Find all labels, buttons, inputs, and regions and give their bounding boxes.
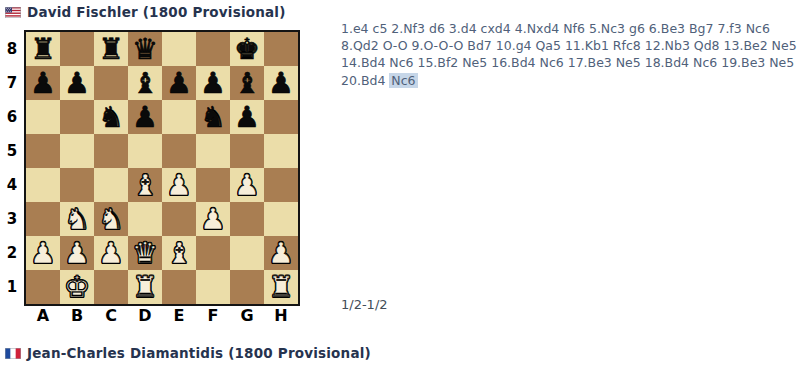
rank-label: 1 xyxy=(2,270,22,304)
square-b4[interactable] xyxy=(60,168,94,202)
square-b5[interactable] xyxy=(60,134,94,168)
rank-label: 7 xyxy=(2,66,22,100)
white-bishop: ♝ xyxy=(132,168,158,202)
rank-label: 5 xyxy=(2,134,22,168)
white-pawn: ♟ xyxy=(98,236,124,270)
square-e3[interactable] xyxy=(162,202,196,236)
white-knight: ♞ xyxy=(98,202,124,236)
chess-board-frame: ♜♜♛♚♟♟♝♟♟♝♟♞♟♞♟♝♟♟♞♞♟♟♟♟♛♝♟♚♜♜ xyxy=(24,30,300,306)
square-c6[interactable]: ♞ xyxy=(94,100,128,134)
square-g6[interactable]: ♟ xyxy=(230,100,264,134)
black-pawn: ♟ xyxy=(166,66,192,100)
square-h1[interactable]: ♜ xyxy=(264,270,298,304)
square-c1[interactable] xyxy=(94,270,128,304)
square-f1[interactable] xyxy=(196,270,230,304)
black-bishop: ♝ xyxy=(132,66,158,100)
square-b3[interactable]: ♞ xyxy=(60,202,94,236)
square-f2[interactable] xyxy=(196,236,230,270)
black-pawn: ♟ xyxy=(132,100,158,134)
current-move-highlighted[interactable]: Nc6 xyxy=(389,73,417,88)
move[interactable]: 20.Bd4 xyxy=(341,73,385,88)
square-d6[interactable]: ♟ xyxy=(128,100,162,134)
white-rook: ♜ xyxy=(132,270,158,304)
square-e2[interactable]: ♝ xyxy=(162,236,196,270)
black-rook: ♜ xyxy=(98,32,124,66)
rank-label: 4 xyxy=(2,168,22,202)
top-player-name[interactable]: David Fischler (1800 Provisional) xyxy=(27,4,286,20)
square-h3[interactable] xyxy=(264,202,298,236)
file-label: C xyxy=(94,307,128,325)
square-a5[interactable] xyxy=(26,134,60,168)
us-flag-icon xyxy=(5,7,21,18)
black-pawn: ♟ xyxy=(200,66,226,100)
black-bishop: ♝ xyxy=(234,66,260,100)
move-list: 1.e4 c5 2.Nf3 d6 3.d4 cxd4 4.Nxd4 Nf6 5.… xyxy=(341,20,797,89)
square-a1[interactable] xyxy=(26,270,60,304)
square-a6[interactable] xyxy=(26,100,60,134)
white-king: ♚ xyxy=(64,270,90,304)
square-e5[interactable] xyxy=(162,134,196,168)
black-rook: ♜ xyxy=(30,32,56,66)
file-label: G xyxy=(230,307,264,325)
top-player-header: David Fischler (1800 Provisional) xyxy=(5,4,286,20)
square-e4[interactable]: ♟ xyxy=(162,168,196,202)
square-b7[interactable]: ♟ xyxy=(60,66,94,100)
move-line[interactable]: 20.Bd4Nc6 xyxy=(341,72,797,89)
file-label: E xyxy=(162,307,196,325)
board: ♜♜♛♚♟♟♝♟♟♝♟♞♟♞♟♝♟♟♞♞♟♟♟♟♛♝♟♚♜♜ xyxy=(26,32,298,304)
square-d4[interactable]: ♝ xyxy=(128,168,162,202)
black-king: ♚ xyxy=(234,32,260,66)
square-d7[interactable]: ♝ xyxy=(128,66,162,100)
fr-flag-icon xyxy=(5,348,21,359)
square-g3[interactable] xyxy=(230,202,264,236)
square-a3[interactable] xyxy=(26,202,60,236)
file-label: B xyxy=(60,307,94,325)
square-c3[interactable]: ♞ xyxy=(94,202,128,236)
square-g5[interactable] xyxy=(230,134,264,168)
square-a7[interactable]: ♟ xyxy=(26,66,60,100)
square-f5[interactable] xyxy=(196,134,230,168)
file-label: D xyxy=(128,307,162,325)
square-c4[interactable] xyxy=(94,168,128,202)
white-pawn: ♟ xyxy=(166,168,192,202)
square-d8[interactable]: ♛ xyxy=(128,32,162,66)
white-pawn: ♟ xyxy=(30,236,56,270)
square-h8[interactable] xyxy=(264,32,298,66)
square-d2[interactable]: ♛ xyxy=(128,236,162,270)
square-g7[interactable]: ♝ xyxy=(230,66,264,100)
square-d1[interactable]: ♜ xyxy=(128,270,162,304)
white-pawn: ♟ xyxy=(64,236,90,270)
square-f3[interactable]: ♟ xyxy=(196,202,230,236)
white-rook: ♜ xyxy=(268,270,294,304)
white-knight: ♞ xyxy=(64,202,90,236)
square-e7[interactable]: ♟ xyxy=(162,66,196,100)
square-a2[interactable]: ♟ xyxy=(26,236,60,270)
black-pawn: ♟ xyxy=(234,100,260,134)
square-c5[interactable] xyxy=(94,134,128,168)
square-b1[interactable]: ♚ xyxy=(60,270,94,304)
black-knight: ♞ xyxy=(200,100,226,134)
white-queen: ♛ xyxy=(132,236,158,270)
square-f4[interactable] xyxy=(196,168,230,202)
game-result: 1/2-1/2 xyxy=(341,297,388,312)
square-h4[interactable] xyxy=(264,168,298,202)
square-e6[interactable] xyxy=(162,100,196,134)
rank-label: 3 xyxy=(2,202,22,236)
square-d5[interactable] xyxy=(128,134,162,168)
file-label: H xyxy=(264,307,298,325)
move-line[interactable]: 1.e4 c5 2.Nf3 d6 3.d4 cxd4 4.Nxd4 Nf6 5.… xyxy=(341,20,797,37)
square-b8[interactable] xyxy=(60,32,94,66)
black-pawn: ♟ xyxy=(30,66,56,100)
white-pawn: ♟ xyxy=(200,202,226,236)
square-f6[interactable]: ♞ xyxy=(196,100,230,134)
square-g1[interactable] xyxy=(230,270,264,304)
square-h7[interactable]: ♟ xyxy=(264,66,298,100)
square-e1[interactable] xyxy=(162,270,196,304)
rank-label: 2 xyxy=(2,236,22,270)
square-g4[interactable]: ♟ xyxy=(230,168,264,202)
rank-label: 6 xyxy=(2,100,22,134)
square-h2[interactable]: ♟ xyxy=(264,236,298,270)
black-pawn: ♟ xyxy=(268,66,294,100)
move-line[interactable]: 14.Bd4 Nc6 15.Bf2 Ne5 16.Bd4 Nc6 17.Be3 … xyxy=(341,54,797,71)
game-viewer: David Fischler (1800 Provisional) 8 7 6 … xyxy=(0,0,800,369)
bottom-player-header: Jean-Charles Diamantidis (1800 Provision… xyxy=(5,345,371,361)
black-pawn: ♟ xyxy=(64,66,90,100)
file-label: A xyxy=(26,307,60,325)
white-pawn: ♟ xyxy=(234,168,260,202)
bottom-player-name[interactable]: Jean-Charles Diamantidis (1800 Provision… xyxy=(27,345,371,361)
black-queen: ♛ xyxy=(132,32,158,66)
square-c8[interactable]: ♜ xyxy=(94,32,128,66)
square-h6[interactable] xyxy=(264,100,298,134)
move-line[interactable]: 8.Qd2 O-O 9.O-O-O Bd7 10.g4 Qa5 11.Kb1 R… xyxy=(341,37,797,54)
square-f8[interactable] xyxy=(196,32,230,66)
square-c2[interactable]: ♟ xyxy=(94,236,128,270)
square-g8[interactable]: ♚ xyxy=(230,32,264,66)
file-label: F xyxy=(196,307,230,325)
square-b2[interactable]: ♟ xyxy=(60,236,94,270)
file-labels: A B C D E F G H xyxy=(26,307,298,325)
square-g2[interactable] xyxy=(230,236,264,270)
white-pawn: ♟ xyxy=(268,236,294,270)
square-a4[interactable] xyxy=(26,168,60,202)
square-e8[interactable] xyxy=(162,32,196,66)
square-a8[interactable]: ♜ xyxy=(26,32,60,66)
square-d3[interactable] xyxy=(128,202,162,236)
square-c7[interactable] xyxy=(94,66,128,100)
rank-labels: 8 7 6 5 4 3 2 1 xyxy=(2,32,22,304)
rank-label: 8 xyxy=(2,32,22,66)
square-b6[interactable] xyxy=(60,100,94,134)
square-h5[interactable] xyxy=(264,134,298,168)
black-knight: ♞ xyxy=(98,100,124,134)
square-f7[interactable]: ♟ xyxy=(196,66,230,100)
white-bishop: ♝ xyxy=(166,236,192,270)
